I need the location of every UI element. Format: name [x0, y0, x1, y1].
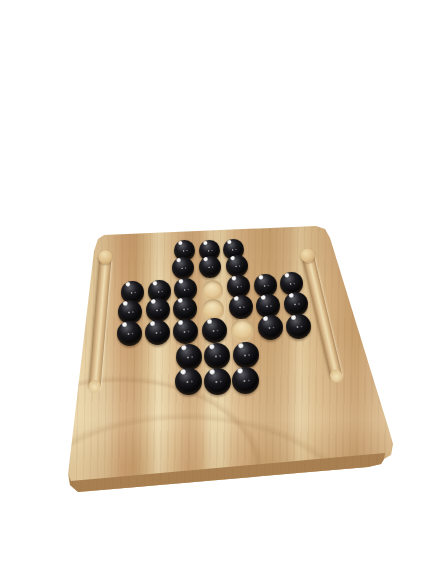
black-marble[interactable]	[229, 295, 253, 319]
black-marble[interactable]	[256, 294, 280, 318]
black-marble[interactable]	[176, 344, 202, 370]
black-marble[interactable]	[172, 257, 194, 279]
black-marble[interactable]	[232, 367, 259, 394]
black-marble[interactable]	[258, 315, 283, 340]
black-marble[interactable]	[202, 318, 227, 343]
black-marble[interactable]	[173, 319, 198, 344]
empty-hole[interactable]	[231, 319, 254, 342]
black-marble[interactable]	[204, 343, 230, 369]
peg-solitaire-photo	[0, 0, 433, 577]
black-marble[interactable]	[226, 255, 248, 277]
empty-hole[interactable]	[202, 280, 223, 301]
black-marble[interactable]	[254, 274, 277, 297]
black-marble[interactable]	[199, 256, 221, 278]
black-marble[interactable]	[233, 342, 259, 368]
black-marble[interactable]	[118, 300, 142, 324]
black-marble[interactable]	[286, 314, 311, 339]
black-marble[interactable]	[204, 368, 231, 395]
